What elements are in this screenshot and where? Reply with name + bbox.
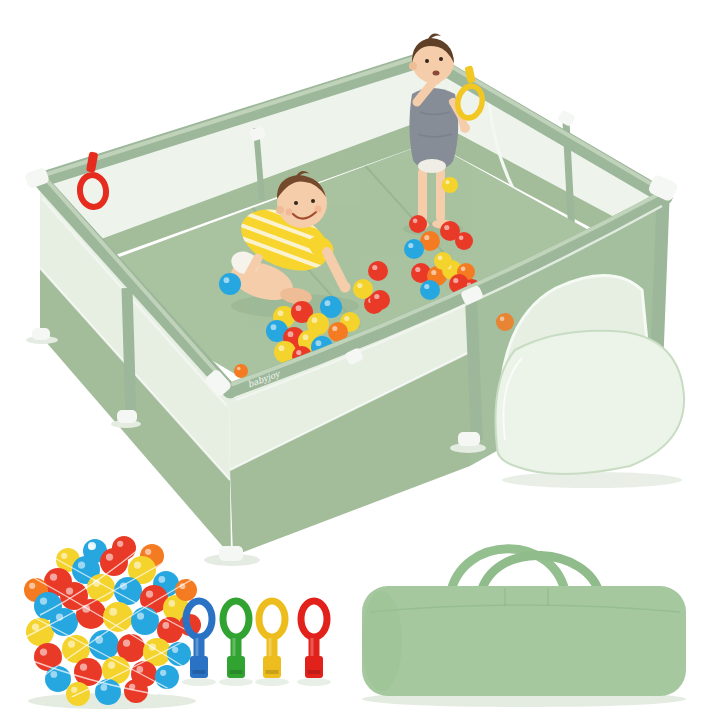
bag-end-shading <box>362 591 402 691</box>
playpen-scene: babyjoy <box>0 0 713 713</box>
ball-highlight <box>303 334 309 340</box>
ball <box>155 665 179 689</box>
baby-eye <box>311 199 315 203</box>
baby-cheek <box>286 209 293 216</box>
ball-highlight <box>374 294 379 299</box>
baby-hand <box>241 276 251 286</box>
ball-highlight <box>278 310 284 316</box>
ball-highlight <box>146 590 153 597</box>
ball <box>131 607 159 635</box>
baby-mouth <box>433 71 440 76</box>
ball-highlight <box>108 661 115 668</box>
ball-highlight <box>71 687 77 693</box>
baby-eye <box>425 59 429 63</box>
door-balls <box>496 313 514 331</box>
ball <box>26 618 54 646</box>
ball-highlight <box>224 277 230 283</box>
ball-highlight <box>357 283 362 288</box>
ball-highlight <box>288 331 294 337</box>
ball-highlight <box>415 267 420 272</box>
ball-highlight <box>100 684 107 691</box>
ball-highlight <box>431 270 436 275</box>
playpen-foot <box>458 432 480 446</box>
ball-highlight <box>117 541 123 547</box>
flap-shadow <box>502 472 682 488</box>
ball-highlight <box>145 549 151 555</box>
ball-highlight <box>413 219 418 224</box>
ball-highlight <box>32 623 39 630</box>
ball-highlight <box>296 350 301 355</box>
ball-highlight <box>461 267 466 272</box>
ball-highlight <box>137 612 144 619</box>
ball-highlight <box>162 622 169 629</box>
ball <box>95 679 121 705</box>
ball-highlight <box>325 300 331 306</box>
mesh-clip <box>557 109 576 127</box>
pull-ring-red <box>301 601 327 678</box>
baby-ear <box>409 62 417 70</box>
baby-eye <box>439 57 443 61</box>
ball-highlight <box>500 317 505 322</box>
ball <box>368 261 388 281</box>
ball-highlight <box>50 671 57 678</box>
ball-highlight <box>50 573 57 580</box>
ball <box>404 239 424 259</box>
ball-highlight <box>438 256 443 261</box>
ball <box>100 548 128 576</box>
baby-diaper <box>418 159 446 173</box>
ball <box>370 290 390 310</box>
playpen-foot <box>32 328 50 340</box>
ball-highlight <box>123 639 130 646</box>
ball-highlight <box>29 583 35 589</box>
ball-highlight <box>106 553 113 560</box>
ball-highlight <box>312 317 318 323</box>
pull-ring-blue <box>186 601 212 678</box>
ball-highlight <box>332 326 337 331</box>
pull-ring-green <box>223 601 249 678</box>
ring-shadow <box>219 678 253 686</box>
baby-leg <box>418 168 427 222</box>
ball-highlight <box>424 235 429 240</box>
pull-ring-yellow <box>259 601 285 678</box>
ball-highlight <box>296 305 302 311</box>
baby-cheek <box>315 206 322 213</box>
ball-highlight <box>78 561 85 568</box>
ball <box>219 273 241 295</box>
ball-highlight <box>158 576 165 583</box>
ball-highlight <box>134 561 141 568</box>
baby-hair-tuft <box>428 34 441 39</box>
ball-highlight <box>372 265 377 270</box>
ball-highlight <box>66 587 73 594</box>
ball <box>409 215 427 233</box>
ball <box>455 232 473 250</box>
ball-highlight <box>40 597 47 604</box>
right-corner-post <box>657 200 663 356</box>
baby-hand <box>340 282 351 293</box>
ball-highlight <box>109 608 117 616</box>
ball-highlight <box>459 236 464 241</box>
ball <box>114 577 142 605</box>
front-mid-post <box>471 298 477 440</box>
ball <box>420 280 440 300</box>
ball <box>496 313 514 331</box>
ball-highlight <box>40 648 47 655</box>
ball <box>167 642 191 666</box>
storage-bag <box>362 549 686 707</box>
ball-highlight <box>453 278 458 283</box>
left-mid-post <box>127 288 131 418</box>
baby-leg <box>436 166 445 222</box>
ball-highlight <box>61 553 67 559</box>
ball-highlight <box>271 324 277 330</box>
ball-highlight <box>344 316 349 321</box>
product-photo: babyjoy <box>0 0 713 713</box>
ball-highlight <box>68 640 75 647</box>
ball-highlight <box>445 180 449 184</box>
bag-balls <box>24 536 201 706</box>
baby-hand <box>460 123 470 133</box>
baby-eye <box>294 201 298 205</box>
mat-flap <box>495 331 684 474</box>
ball-net-bag <box>20 536 205 709</box>
ball-highlight <box>316 340 322 346</box>
ring-shadow <box>297 678 331 686</box>
baby-ear <box>276 206 284 214</box>
net-knot <box>88 542 96 550</box>
ball-highlight <box>80 663 87 670</box>
ball <box>353 279 373 299</box>
ball-highlight <box>424 284 429 289</box>
playpen-foot <box>117 410 137 423</box>
ball <box>434 252 452 270</box>
playpen-foot <box>219 546 243 561</box>
ball <box>234 364 248 378</box>
ring-shadow <box>182 678 216 686</box>
ball <box>442 177 458 193</box>
ball-highlight <box>408 243 413 248</box>
ball <box>89 630 119 660</box>
bag-body <box>362 586 686 696</box>
ball-highlight <box>279 345 285 351</box>
ball-highlight <box>160 670 166 676</box>
playpen: babyjoy <box>24 34 684 566</box>
ball-highlight <box>444 225 449 230</box>
ball-highlight <box>237 367 241 371</box>
ring-shadow <box>255 678 289 686</box>
ball-highlight <box>168 600 175 607</box>
